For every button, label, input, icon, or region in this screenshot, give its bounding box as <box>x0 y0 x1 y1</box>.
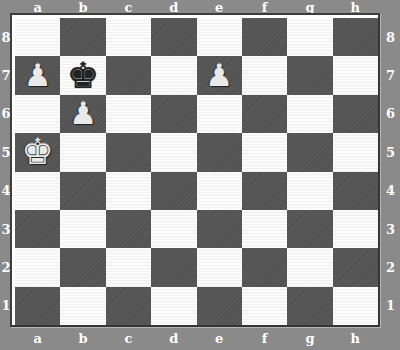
square-a5[interactable]: ♚ <box>15 133 60 171</box>
white-pawn: ♟ <box>24 60 52 91</box>
square-a2[interactable] <box>15 248 60 286</box>
file-label-bottom-f: f <box>242 331 287 346</box>
rank-label-right-7: 7 <box>383 56 398 94</box>
square-c8[interactable] <box>106 18 151 56</box>
black-king: ♚ <box>67 58 99 94</box>
square-e3[interactable] <box>197 210 242 248</box>
file-label-bottom-d: d <box>151 331 196 346</box>
square-d4[interactable] <box>151 172 196 210</box>
rank-label-right-5: 5 <box>383 133 398 171</box>
white-king: ♚ <box>22 134 54 170</box>
rank-label-right-4: 4 <box>383 172 398 210</box>
square-h3[interactable] <box>333 210 378 248</box>
square-g7[interactable] <box>287 56 332 94</box>
square-a8[interactable] <box>15 18 60 56</box>
white-pawn: ♟ <box>205 60 233 91</box>
square-b5[interactable] <box>60 133 105 171</box>
square-a6[interactable] <box>15 95 60 133</box>
square-e7[interactable]: ♟ <box>197 56 242 94</box>
square-c6[interactable] <box>106 95 151 133</box>
square-g5[interactable] <box>287 133 332 171</box>
square-d1[interactable] <box>151 287 196 325</box>
square-e5[interactable] <box>197 133 242 171</box>
square-g4[interactable] <box>287 172 332 210</box>
square-g3[interactable] <box>287 210 332 248</box>
white-pawn: ♟ <box>69 98 97 129</box>
square-h4[interactable] <box>333 172 378 210</box>
square-b6[interactable]: ♟ <box>60 95 105 133</box>
rank-label-right-6: 6 <box>383 95 398 133</box>
square-h1[interactable] <box>333 287 378 325</box>
square-e2[interactable] <box>197 248 242 286</box>
square-h8[interactable] <box>333 18 378 56</box>
square-a1[interactable] <box>15 287 60 325</box>
file-labels-bottom: abcdefgh <box>15 331 378 346</box>
square-h2[interactable] <box>333 248 378 286</box>
square-c2[interactable] <box>106 248 151 286</box>
file-label-bottom-e: e <box>197 331 242 346</box>
square-a3[interactable] <box>15 210 60 248</box>
square-h6[interactable] <box>333 95 378 133</box>
square-h7[interactable] <box>333 56 378 94</box>
square-f2[interactable] <box>242 248 287 286</box>
square-d6[interactable] <box>151 95 196 133</box>
square-f6[interactable] <box>242 95 287 133</box>
square-b4[interactable] <box>60 172 105 210</box>
chess-board: ♟♚♟♟♚ <box>15 18 378 325</box>
square-g6[interactable] <box>287 95 332 133</box>
file-label-bottom-b: b <box>60 331 105 346</box>
square-e1[interactable] <box>197 287 242 325</box>
square-c4[interactable] <box>106 172 151 210</box>
rank-label-right-3: 3 <box>383 210 398 248</box>
square-b7[interactable]: ♚ <box>60 56 105 94</box>
square-b8[interactable] <box>60 18 105 56</box>
square-g8[interactable] <box>287 18 332 56</box>
rank-label-right-1: 1 <box>383 287 398 325</box>
square-g1[interactable] <box>287 287 332 325</box>
file-label-bottom-c: c <box>106 331 151 346</box>
square-d7[interactable] <box>151 56 196 94</box>
square-a7[interactable]: ♟ <box>15 56 60 94</box>
square-d5[interactable] <box>151 133 196 171</box>
square-e4[interactable] <box>197 172 242 210</box>
square-f7[interactable] <box>242 56 287 94</box>
square-h5[interactable] <box>333 133 378 171</box>
file-label-bottom-a: a <box>15 331 60 346</box>
file-label-bottom-g: g <box>287 331 332 346</box>
square-e6[interactable] <box>197 95 242 133</box>
square-f1[interactable] <box>242 287 287 325</box>
square-d8[interactable] <box>151 18 196 56</box>
square-f3[interactable] <box>242 210 287 248</box>
square-d2[interactable] <box>151 248 196 286</box>
chessboard-frame: abcdefgh 87654321 ♟♚♟♟♚ 87654321 abcdefg… <box>0 0 400 350</box>
square-b2[interactable] <box>60 248 105 286</box>
square-e8[interactable] <box>197 18 242 56</box>
file-label-bottom-h: h <box>333 331 378 346</box>
rank-label-right-8: 8 <box>383 18 398 56</box>
square-c3[interactable] <box>106 210 151 248</box>
square-c7[interactable] <box>106 56 151 94</box>
square-d3[interactable] <box>151 210 196 248</box>
square-f8[interactable] <box>242 18 287 56</box>
square-a4[interactable] <box>15 172 60 210</box>
board-border: ♟♚♟♟♚ <box>10 13 380 327</box>
square-g2[interactable] <box>287 248 332 286</box>
square-f5[interactable] <box>242 133 287 171</box>
rank-labels-right: 87654321 <box>383 18 398 325</box>
square-c5[interactable] <box>106 133 151 171</box>
square-b1[interactable] <box>60 287 105 325</box>
rank-label-right-2: 2 <box>383 248 398 286</box>
square-b3[interactable] <box>60 210 105 248</box>
square-c1[interactable] <box>106 287 151 325</box>
square-f4[interactable] <box>242 172 287 210</box>
